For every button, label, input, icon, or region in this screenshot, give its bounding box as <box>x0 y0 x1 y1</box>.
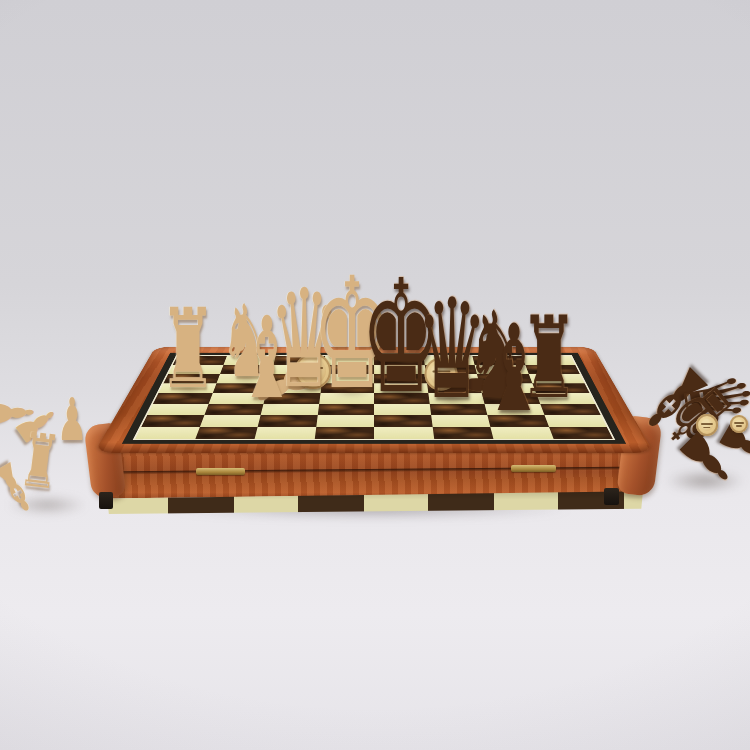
black-bishop: ♝ <box>483 309 545 429</box>
brass-hinge-icon <box>511 465 556 472</box>
square-b1 <box>195 427 258 439</box>
square-d1 <box>314 427 374 439</box>
white-rook: ♜ <box>159 294 216 404</box>
brass-hinge-icon <box>196 468 245 475</box>
white-rook: ♜ <box>16 422 63 500</box>
square-a2 <box>141 415 204 427</box>
box-foot-left <box>99 492 113 509</box>
box-foot-right <box>604 488 619 505</box>
studio-photo-scene: { "game": "chess", "scene": { "descripti… <box>0 0 750 750</box>
square-a1 <box>135 427 199 439</box>
square-h1 <box>548 427 612 439</box>
square-c1 <box>255 427 316 439</box>
piece-base-stamp <box>730 415 748 433</box>
white-bishop: ♝ <box>238 302 297 415</box>
